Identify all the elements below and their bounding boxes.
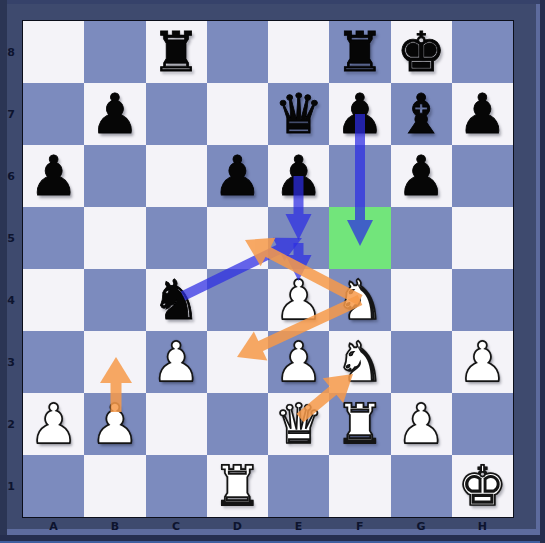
square-e8[interactable] — [268, 21, 329, 83]
square-g7[interactable]: ♝ — [391, 83, 452, 145]
square-g2[interactable]: ♟ — [391, 393, 452, 455]
black-rook-icon[interactable]: ♜ — [335, 25, 384, 80]
white-pawn-icon[interactable]: ♟ — [396, 397, 445, 452]
black-pawn-icon[interactable]: ♟ — [29, 149, 78, 204]
square-f4[interactable]: ♞ — [329, 269, 390, 331]
white-pawn-icon[interactable]: ♟ — [151, 335, 200, 390]
square-b8[interactable] — [84, 21, 145, 83]
square-f6[interactable] — [329, 145, 390, 207]
square-b5[interactable] — [84, 207, 145, 269]
square-c3[interactable]: ♟ — [146, 331, 207, 393]
file-label-g: G — [391, 519, 452, 533]
square-f7[interactable]: ♟ — [329, 83, 390, 145]
rank-label-7: 7 — [2, 83, 20, 145]
rank-label-4: 4 — [2, 269, 20, 331]
square-d4[interactable] — [207, 269, 268, 331]
square-g6[interactable]: ♟ — [391, 145, 452, 207]
square-d8[interactable] — [207, 21, 268, 83]
square-b6[interactable] — [84, 145, 145, 207]
square-g5[interactable] — [391, 207, 452, 269]
chess-board: ♜♜♚♟♛♟♝♟♟♟♟♟♞♟♞♟♟♞♟♟♟♛♜♟♜♚ — [22, 20, 514, 518]
square-a5[interactable] — [23, 207, 84, 269]
square-a8[interactable] — [23, 21, 84, 83]
white-pawn-icon[interactable]: ♟ — [29, 397, 78, 452]
black-pawn-icon[interactable]: ♟ — [274, 149, 323, 204]
square-c7[interactable] — [146, 83, 207, 145]
square-e2[interactable]: ♛ — [268, 393, 329, 455]
square-c1[interactable] — [146, 455, 207, 517]
square-d3[interactable] — [207, 331, 268, 393]
square-e6[interactable]: ♟ — [268, 145, 329, 207]
square-d1[interactable]: ♜ — [207, 455, 268, 517]
black-knight-icon[interactable]: ♞ — [151, 273, 200, 328]
frame-edge-right-dark — [540, 0, 545, 543]
square-c6[interactable] — [146, 145, 207, 207]
square-e3[interactable]: ♟ — [268, 331, 329, 393]
file-label-f: F — [329, 519, 390, 533]
black-pawn-icon[interactable]: ♟ — [213, 149, 262, 204]
square-h5[interactable] — [452, 207, 513, 269]
square-h1[interactable]: ♚ — [452, 455, 513, 517]
white-knight-icon[interactable]: ♞ — [335, 335, 384, 390]
black-bishop-icon[interactable]: ♝ — [396, 87, 445, 142]
square-c5[interactable] — [146, 207, 207, 269]
rank-label-3: 3 — [2, 331, 20, 393]
black-pawn-icon[interactable]: ♟ — [335, 87, 384, 142]
square-c2[interactable] — [146, 393, 207, 455]
file-label-d: D — [207, 519, 268, 533]
square-d6[interactable]: ♟ — [207, 145, 268, 207]
square-g3[interactable] — [391, 331, 452, 393]
file-label-h: H — [452, 519, 513, 533]
square-f1[interactable] — [329, 455, 390, 517]
square-a7[interactable] — [23, 83, 84, 145]
black-pawn-icon[interactable]: ♟ — [90, 87, 139, 142]
file-label-a: A — [23, 519, 84, 533]
black-king-icon[interactable]: ♚ — [396, 25, 445, 80]
white-king-icon[interactable]: ♚ — [458, 459, 507, 514]
black-queen-icon[interactable]: ♛ — [274, 87, 323, 142]
square-e7[interactable]: ♛ — [268, 83, 329, 145]
square-e5[interactable] — [268, 207, 329, 269]
white-knight-icon[interactable]: ♞ — [335, 273, 384, 328]
square-g8[interactable]: ♚ — [391, 21, 452, 83]
square-a1[interactable] — [23, 455, 84, 517]
square-f8[interactable]: ♜ — [329, 21, 390, 83]
square-h6[interactable] — [452, 145, 513, 207]
square-c4[interactable]: ♞ — [146, 269, 207, 331]
square-g1[interactable] — [391, 455, 452, 517]
white-queen-icon[interactable]: ♛ — [274, 397, 323, 452]
file-label-c: C — [146, 519, 207, 533]
rank-label-1: 1 — [2, 455, 20, 517]
file-label-e: E — [268, 519, 329, 533]
square-b4[interactable] — [84, 269, 145, 331]
square-h4[interactable] — [452, 269, 513, 331]
black-pawn-icon[interactable]: ♟ — [396, 149, 445, 204]
rank-label-2: 2 — [2, 393, 20, 455]
square-b3[interactable] — [84, 331, 145, 393]
white-pawn-icon[interactable]: ♟ — [458, 335, 507, 390]
square-h2[interactable] — [452, 393, 513, 455]
white-pawn-icon[interactable]: ♟ — [90, 397, 139, 452]
black-pawn-icon[interactable]: ♟ — [458, 87, 507, 142]
square-a3[interactable] — [23, 331, 84, 393]
rank-label-6: 6 — [2, 145, 20, 207]
chessboard-frame: ♜♜♚♟♛♟♝♟♟♟♟♟♞♟♞♟♟♞♟♟♟♛♜♟♜♚ 87654321ABCDE… — [0, 0, 545, 543]
square-b1[interactable] — [84, 455, 145, 517]
square-g4[interactable] — [391, 269, 452, 331]
white-pawn-icon[interactable]: ♟ — [274, 335, 323, 390]
square-h7[interactable]: ♟ — [452, 83, 513, 145]
black-rook-icon[interactable]: ♜ — [151, 25, 200, 80]
square-h8[interactable] — [452, 21, 513, 83]
white-pawn-icon[interactable]: ♟ — [274, 273, 323, 328]
square-e4[interactable]: ♟ — [268, 269, 329, 331]
square-a2[interactable]: ♟ — [23, 393, 84, 455]
square-d5[interactable] — [207, 207, 268, 269]
file-label-b: B — [84, 519, 145, 533]
frame-edge-top — [0, 0, 545, 4]
square-b7[interactable]: ♟ — [84, 83, 145, 145]
rank-label-8: 8 — [2, 21, 20, 83]
square-b2[interactable]: ♟ — [84, 393, 145, 455]
white-rook-icon[interactable]: ♜ — [213, 459, 262, 514]
square-f2[interactable]: ♜ — [329, 393, 390, 455]
square-c8[interactable]: ♜ — [146, 21, 207, 83]
rank-label-5: 5 — [2, 207, 20, 269]
square-f3[interactable]: ♞ — [329, 331, 390, 393]
square-d2[interactable] — [207, 393, 268, 455]
white-rook-icon[interactable]: ♜ — [335, 397, 384, 452]
square-e1[interactable] — [268, 455, 329, 517]
square-f5[interactable] — [329, 207, 390, 269]
square-h3[interactable]: ♟ — [452, 331, 513, 393]
square-a6[interactable]: ♟ — [23, 145, 84, 207]
square-d7[interactable] — [207, 83, 268, 145]
square-a4[interactable] — [23, 269, 84, 331]
